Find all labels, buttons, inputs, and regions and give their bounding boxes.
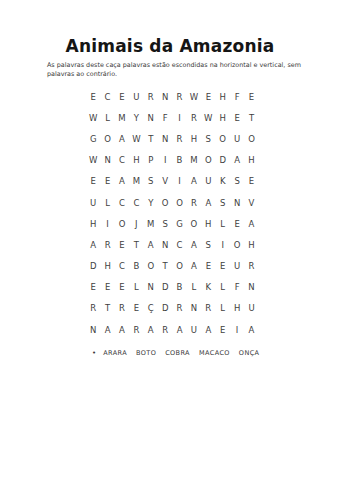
grid-cell: R — [172, 298, 186, 319]
grid-cell: L — [216, 277, 230, 298]
word-list-items: ARARABOTOCOBRAMACACOONÇA — [103, 349, 268, 357]
grid-cell: A — [144, 319, 158, 340]
grid-cell: A — [187, 234, 201, 255]
grid-cell: A — [230, 150, 244, 171]
grid-cell: A — [187, 256, 201, 277]
grid-cell: M — [187, 150, 201, 171]
grid-cell: R — [244, 256, 258, 277]
grid-cell: O — [100, 128, 114, 149]
grid-cell: P — [144, 150, 158, 171]
grid-cell: H — [129, 150, 143, 171]
grid-cell: O — [216, 128, 230, 149]
grid-cell: H — [216, 107, 230, 128]
grid-cell: E — [86, 277, 100, 298]
grid-cell: A — [244, 319, 258, 340]
grid-cell: H — [100, 256, 114, 277]
grid-cell: E — [244, 171, 258, 192]
grid-cell: R — [158, 319, 172, 340]
grid-cell: A — [115, 171, 129, 192]
grid-cell: C — [115, 150, 129, 171]
grid-cell: S — [144, 171, 158, 192]
grid-cell: B — [172, 277, 186, 298]
grid-cell: A — [201, 192, 215, 213]
grid-cell: N — [187, 298, 201, 319]
grid-cell: M — [115, 107, 129, 128]
grid-cell: B — [172, 150, 186, 171]
grid-cell: E — [115, 86, 129, 107]
grid-cell: W — [187, 86, 201, 107]
grid-cell: E — [86, 171, 100, 192]
grid-cell: D — [216, 150, 230, 171]
grid-cell: C — [100, 86, 114, 107]
instructions-line-2: palavras ao contrário. — [47, 70, 301, 79]
grid-cell: H — [201, 213, 215, 234]
grid-cell: U — [86, 192, 100, 213]
word-item: MACACO — [199, 349, 230, 357]
grid-cell: A — [144, 234, 158, 255]
grid-cell: S — [216, 192, 230, 213]
bullet-icon: • — [92, 350, 96, 357]
grid-cell: A — [100, 319, 114, 340]
grid-cell: R — [100, 234, 114, 255]
grid-cell: E — [129, 298, 143, 319]
grid-cell: S — [201, 234, 215, 255]
grid-cell: N — [158, 234, 172, 255]
grid-cell: K — [216, 171, 230, 192]
grid-cell: L — [216, 298, 230, 319]
grid-cell: H — [230, 298, 244, 319]
grid-cell: N — [144, 277, 158, 298]
grid-cell: V — [244, 192, 258, 213]
grid-cell: R — [172, 128, 186, 149]
grid-cell: T — [144, 128, 158, 149]
grid-cell: E — [201, 256, 215, 277]
grid-cell: J — [129, 213, 143, 234]
grid-cell: S — [230, 171, 244, 192]
grid-cell: A — [172, 319, 186, 340]
grid-cell: R — [201, 298, 215, 319]
grid-cell: D — [158, 277, 172, 298]
grid-cell: R — [129, 319, 143, 340]
grid-cell: E — [230, 107, 244, 128]
grid-cell: O — [230, 234, 244, 255]
grid-cell: O — [144, 256, 158, 277]
grid-cell: R — [115, 298, 129, 319]
grid-cell: H — [187, 128, 201, 149]
grid-cell: C — [115, 256, 129, 277]
grid-cell: W — [129, 128, 143, 149]
grid-cell: R — [172, 86, 186, 107]
grid-cell: M — [129, 171, 143, 192]
grid-cell: R — [86, 298, 100, 319]
grid-cell: W — [86, 150, 100, 171]
grid-cell: T — [244, 107, 258, 128]
grid-cell: V — [158, 171, 172, 192]
grid-cell: C — [172, 234, 186, 255]
grid-cell: I — [172, 107, 186, 128]
grid-cell: U — [230, 128, 244, 149]
grid-cell: N — [100, 150, 114, 171]
grid-cell: F — [230, 277, 244, 298]
grid-cell: T — [158, 256, 172, 277]
grid-cell: I — [230, 319, 244, 340]
grid-cell: H — [216, 86, 230, 107]
grid-cell: N — [86, 319, 100, 340]
grid-cell: E — [115, 234, 129, 255]
grid-cell: I — [216, 234, 230, 255]
grid-cell: E — [244, 86, 258, 107]
word-item: COBRA — [165, 349, 190, 357]
grid-cell: A — [187, 171, 201, 192]
grid-cell: G — [172, 213, 186, 234]
word-search-grid: ECEURNRWEHFEWLMYNFIRWHETGOAWTNRHSOUOWNCH… — [86, 86, 259, 340]
grid-cell: A — [201, 319, 215, 340]
grid-cell: E — [86, 86, 100, 107]
grid-cell: H — [86, 213, 100, 234]
grid-cell: D — [86, 256, 100, 277]
grid-cell: N — [244, 277, 258, 298]
grid-cell: L — [100, 107, 114, 128]
grid-cell: U — [230, 256, 244, 277]
grid-cell: L — [216, 213, 230, 234]
grid-cell: U — [187, 319, 201, 340]
grid-cell: U — [201, 171, 215, 192]
grid-cell: A — [244, 213, 258, 234]
grid-cell: R — [144, 86, 158, 107]
grid-cell: S — [201, 128, 215, 149]
grid-cell: B — [129, 256, 143, 277]
grid-cell: L — [187, 277, 201, 298]
grid-cell: O — [158, 192, 172, 213]
grid-cell: I — [158, 150, 172, 171]
grid-cell: A — [115, 128, 129, 149]
grid-cell: L — [129, 277, 143, 298]
grid-cell: F — [158, 107, 172, 128]
grid-cell: I — [100, 213, 114, 234]
instructions: As palavras deste caça palavras estão es… — [47, 61, 301, 78]
grid-cell: H — [244, 234, 258, 255]
grid-cell: K — [201, 277, 215, 298]
grid-cell: O — [172, 256, 186, 277]
grid-cell: Y — [144, 192, 158, 213]
grid-cell: Y — [129, 107, 143, 128]
grid-cell: E — [216, 319, 230, 340]
grid-cell: N — [158, 128, 172, 149]
grid-cell: O — [187, 213, 201, 234]
word-item: ARARA — [103, 349, 127, 357]
word-item: ONÇA — [239, 349, 260, 357]
grid-cell: E — [100, 171, 114, 192]
grid-cell: H — [244, 150, 258, 171]
grid-cell: F — [230, 86, 244, 107]
grid-cell: M — [144, 213, 158, 234]
grid-cell: S — [158, 213, 172, 234]
worksheet-page: Animais da Amazonia As palavras deste ca… — [0, 0, 340, 480]
grid-cell: N — [230, 192, 244, 213]
grid-cell: G — [86, 128, 100, 149]
grid-cell: D — [158, 298, 172, 319]
grid-cell: U — [244, 298, 258, 319]
grid-cell: C — [129, 192, 143, 213]
word-item: BOTO — [136, 349, 156, 357]
grid-cell: E — [100, 277, 114, 298]
grid-cell: I — [172, 171, 186, 192]
grid-cell: O — [244, 128, 258, 149]
page-title: Animais da Amazonia — [0, 36, 340, 56]
grid-cell: T — [129, 234, 143, 255]
grid-cell: O — [115, 213, 129, 234]
grid-cell: E — [201, 86, 215, 107]
grid-cell: T — [100, 298, 114, 319]
grid-cell: W — [201, 107, 215, 128]
grid-cell: W — [86, 107, 100, 128]
grid-cell: R — [187, 192, 201, 213]
grid-cell: N — [144, 107, 158, 128]
grid-cell: A — [86, 234, 100, 255]
grid-cell: E — [216, 256, 230, 277]
grid-cell: R — [187, 107, 201, 128]
grid-cell: U — [129, 86, 143, 107]
grid-cell: L — [100, 192, 114, 213]
instructions-line-1: As palavras deste caça palavras estão es… — [47, 61, 301, 70]
grid-cell: O — [172, 192, 186, 213]
grid-cell: O — [201, 150, 215, 171]
grid-cell: N — [158, 86, 172, 107]
word-list: • ARARABOTOCOBRAMACACOONÇA — [92, 349, 268, 357]
grid-cell: E — [115, 277, 129, 298]
grid-cell: A — [115, 319, 129, 340]
grid-cell: Ç — [144, 298, 158, 319]
grid-cell: E — [230, 213, 244, 234]
grid-cell: C — [115, 192, 129, 213]
